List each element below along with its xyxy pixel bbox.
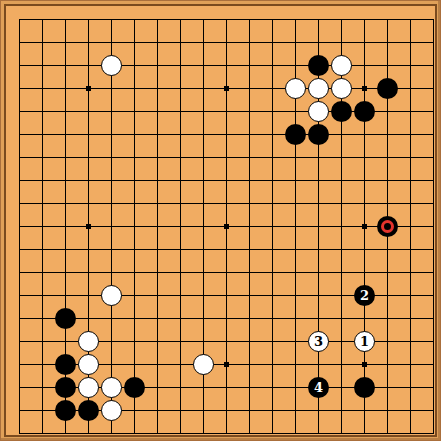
stone-black (377, 78, 398, 99)
stone-black (55, 377, 76, 398)
stone-black (285, 124, 306, 145)
star-point (224, 362, 229, 367)
stone-white (193, 354, 214, 375)
move-number: 3 (314, 335, 323, 348)
stone-white (78, 331, 99, 352)
stone-black (308, 55, 329, 76)
star-point (86, 86, 91, 91)
stone-white (308, 78, 329, 99)
stone-white: 3 (308, 331, 329, 352)
star-point (362, 362, 367, 367)
stone-black: 2 (354, 285, 375, 306)
stone-white (101, 400, 122, 421)
stone-white (308, 101, 329, 122)
stone-white (78, 377, 99, 398)
stone-black (354, 377, 375, 398)
stone-white: 1 (354, 331, 375, 352)
stone-white (101, 285, 122, 306)
move-number: 4 (314, 381, 323, 394)
stone-black (377, 216, 398, 237)
stones-layer: 2314 (8, 8, 441, 441)
stone-black (331, 101, 352, 122)
stone-white (285, 78, 306, 99)
stone-white (78, 354, 99, 375)
stone-white (331, 78, 352, 99)
move-number: 2 (360, 289, 369, 302)
stone-black (55, 400, 76, 421)
star-point (362, 224, 367, 229)
stone-black (78, 400, 99, 421)
star-point (362, 86, 367, 91)
stone-black (308, 124, 329, 145)
stone-white (101, 377, 122, 398)
star-point (86, 224, 91, 229)
circle-marker-icon (381, 220, 394, 233)
stone-white (331, 55, 352, 76)
stone-white (101, 55, 122, 76)
stone-black (354, 101, 375, 122)
move-number: 1 (360, 335, 369, 348)
stone-black (55, 354, 76, 375)
stone-black: 4 (308, 377, 329, 398)
board-surface[interactable]: 2314 (4, 4, 437, 437)
go-board[interactable]: 2314 (0, 0, 441, 441)
star-point (224, 86, 229, 91)
stone-black (55, 308, 76, 329)
stone-black (124, 377, 145, 398)
star-point (224, 224, 229, 229)
